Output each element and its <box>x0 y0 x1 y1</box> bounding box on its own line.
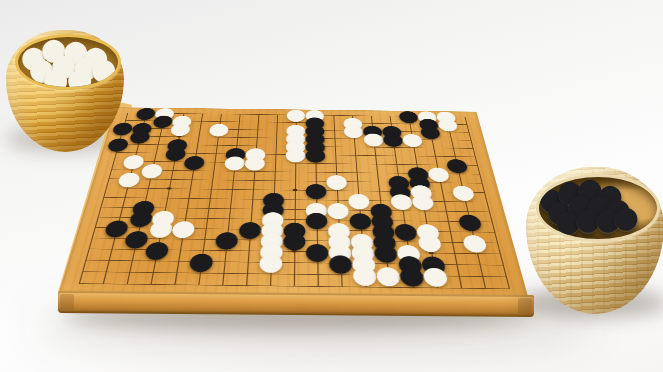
black-bowl-opening: ●●●●●●●●●●●● <box>536 174 661 242</box>
white-stone: ● <box>256 250 286 273</box>
board-front-side-rail <box>58 291 534 317</box>
bowl-white-stone: ● <box>66 67 90 90</box>
black-stone: ● <box>180 153 208 171</box>
go-board[interactable]: ●●●●●●●●●●●●●●●●●●●●●●●●●●●●●●●●●●●●●●●●… <box>59 107 528 297</box>
star-point <box>292 189 297 191</box>
black-stone-bowl: ●●●●●●●●●●●● <box>526 167 663 314</box>
white-stone-bowl: ●●●●●●●●●● <box>6 30 124 152</box>
studio-scene: ●●●●●●●●●●●●●●●●●●●●●●●●●●●●●●●●●●●●●●●●… <box>0 0 663 372</box>
white-stone: ● <box>399 131 426 147</box>
white-stone: ● <box>448 182 478 201</box>
white-stone: ● <box>408 191 438 211</box>
white-bowl-opening: ●●●●●●●●●● <box>15 34 120 90</box>
white-stone: ● <box>206 121 232 137</box>
bowl-white-stone: ● <box>42 67 66 90</box>
white-stone: ● <box>114 169 144 188</box>
white-stone: ● <box>419 263 452 287</box>
white-stone: ● <box>242 153 268 171</box>
black-stone: ● <box>303 146 328 163</box>
black-stone: ● <box>141 238 174 260</box>
white-stone: ● <box>458 231 491 253</box>
black-stone: ● <box>185 249 217 272</box>
bowl-black-stone: ● <box>613 205 637 229</box>
bowl-white-stone: ● <box>90 57 114 81</box>
